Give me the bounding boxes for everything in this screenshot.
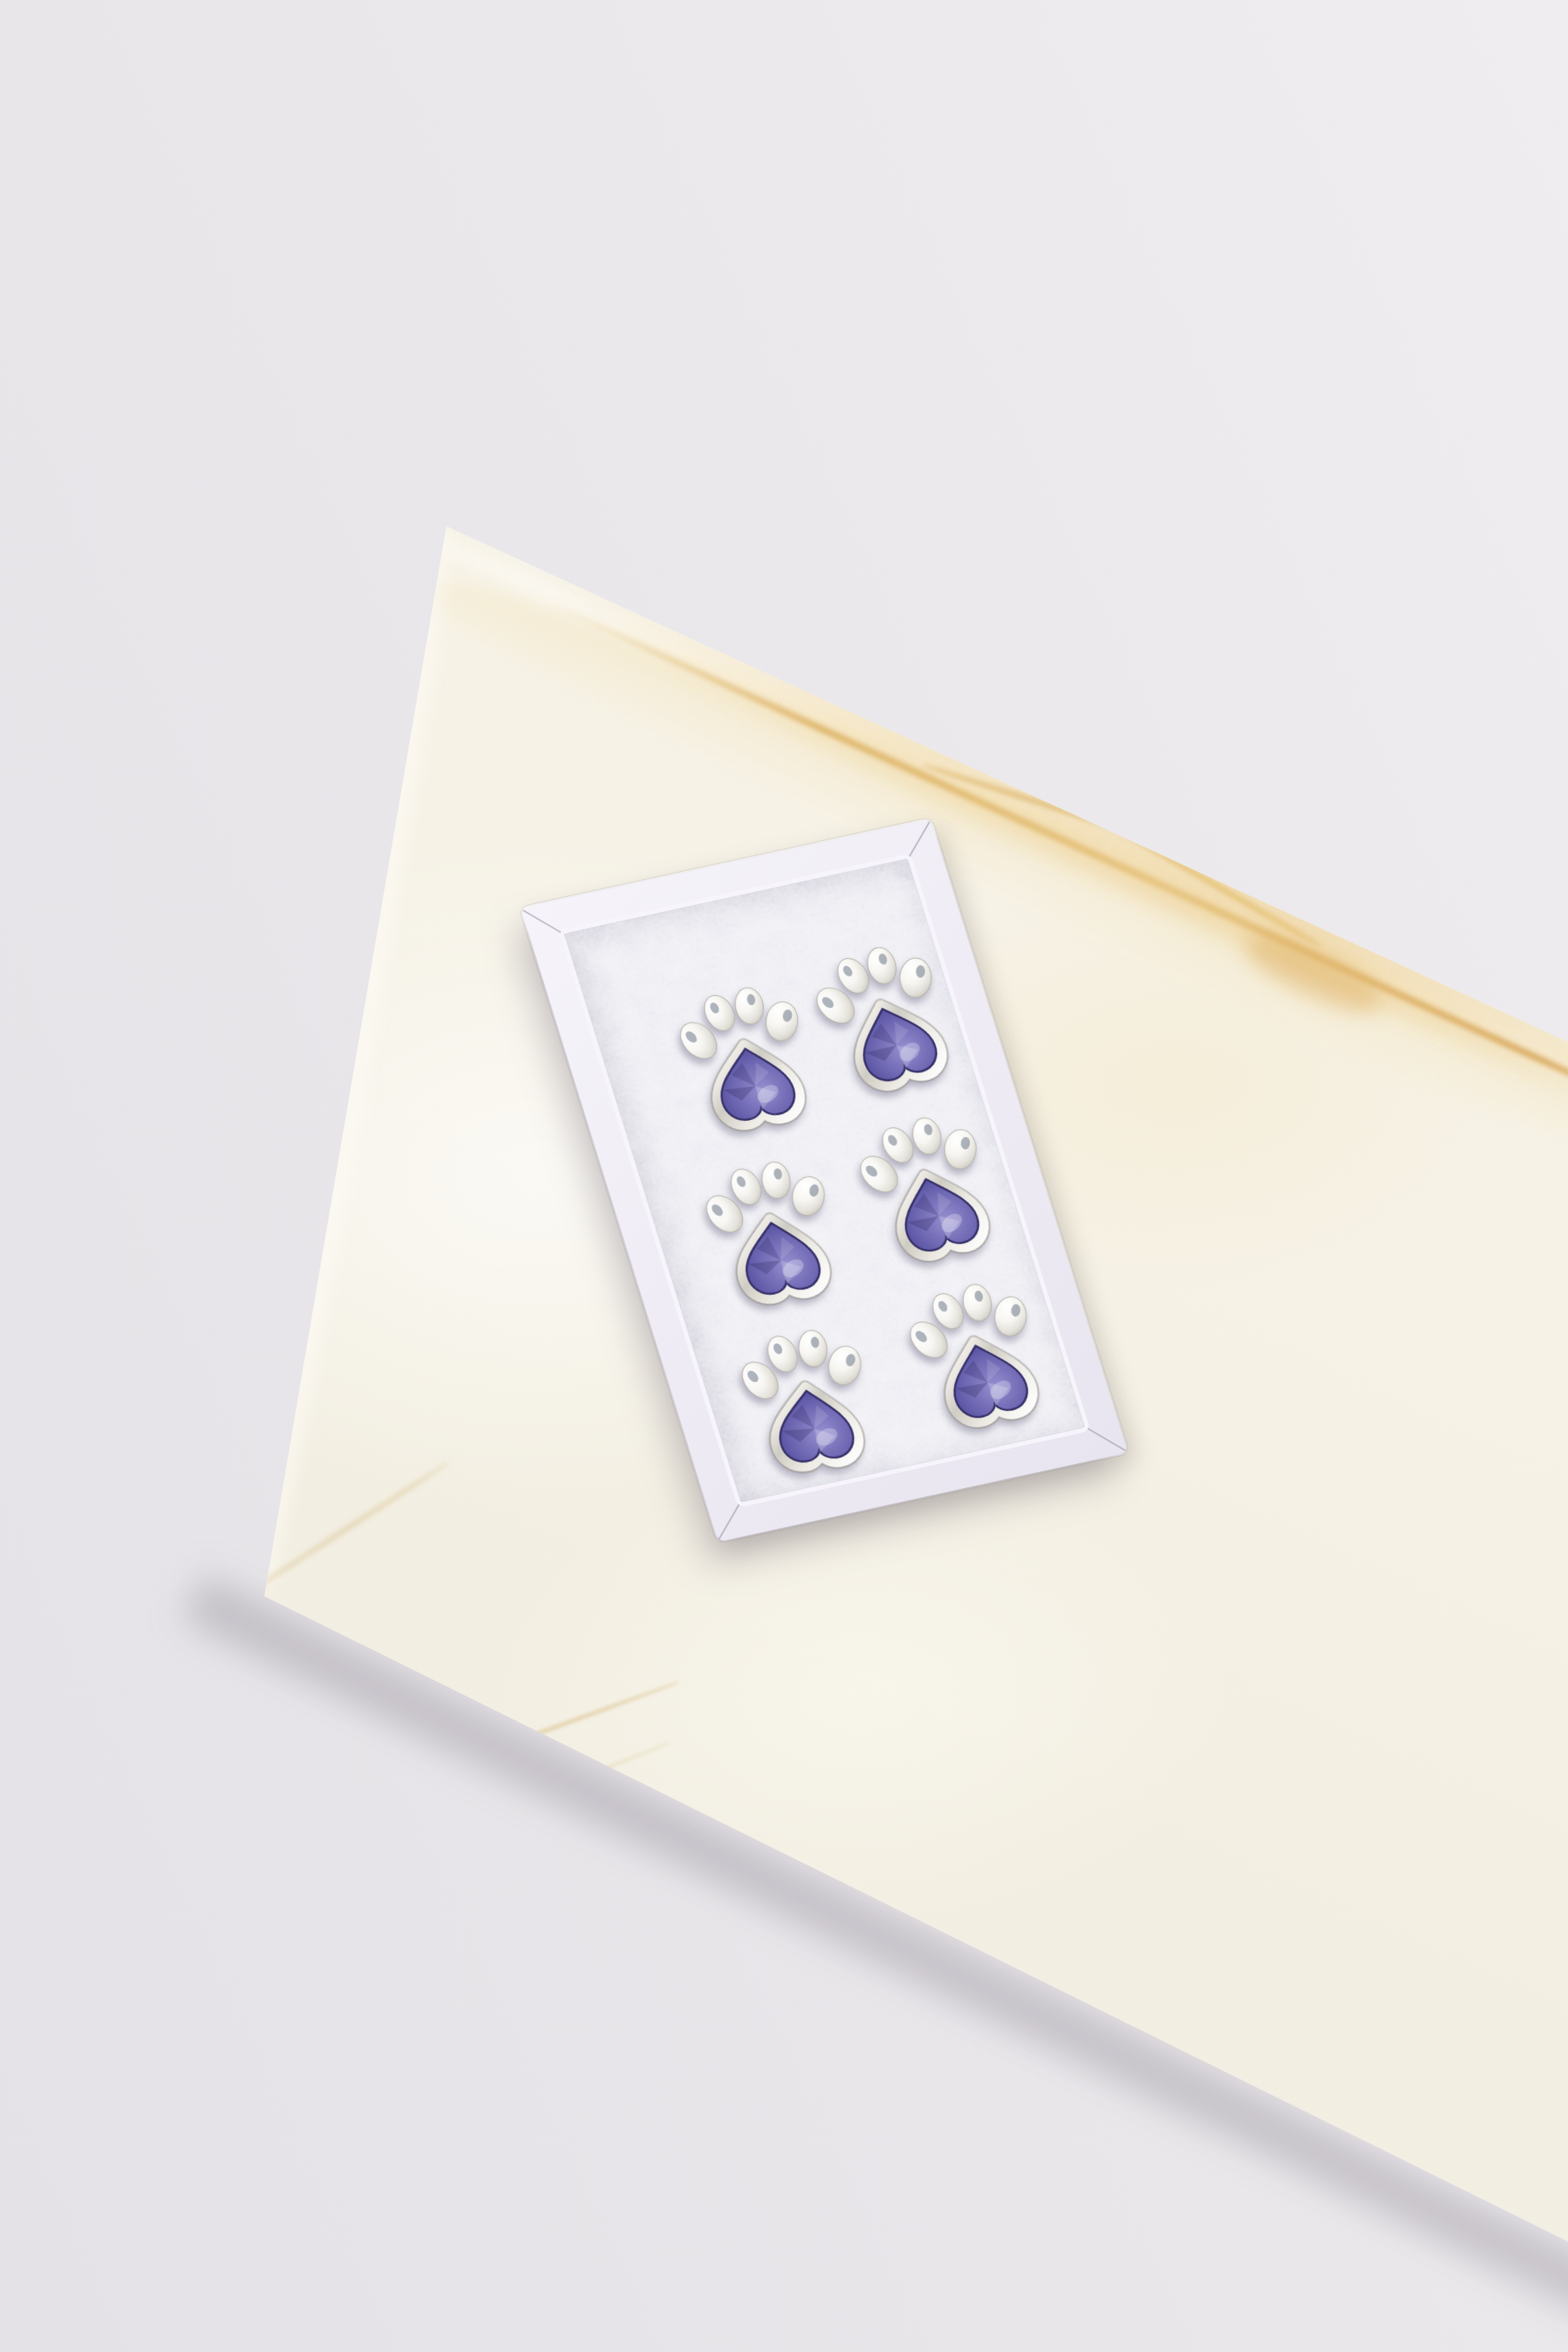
product-photo-scene	[0, 0, 1568, 2352]
marble-vein-halo	[504, 1964, 883, 2249]
box-corner-seam	[1083, 1425, 1126, 1451]
slab-edge-highlight-left	[250, 527, 460, 1596]
marble-vein	[244, 1462, 449, 1597]
box-corner-seam	[906, 821, 931, 861]
box-corner-seam	[719, 1500, 743, 1539]
box-corner-seam	[523, 910, 566, 935]
marble-vein	[509, 1972, 877, 2242]
